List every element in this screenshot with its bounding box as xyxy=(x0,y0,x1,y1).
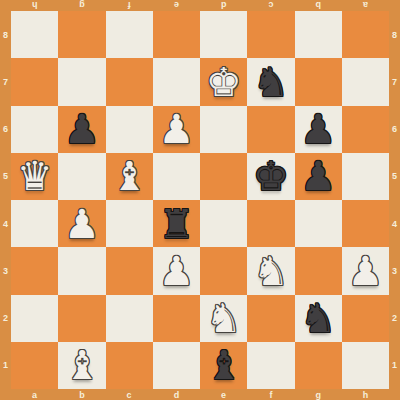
square-g4[interactable] xyxy=(295,200,342,247)
square-g2[interactable]: ♞ xyxy=(295,295,342,342)
square-g1[interactable] xyxy=(295,342,342,389)
square-g6[interactable]: ♟ xyxy=(295,106,342,153)
square-d5[interactable] xyxy=(153,153,200,200)
black-king-f5[interactable]: ♚ xyxy=(247,153,294,200)
file-label-bottom-a: a xyxy=(11,389,58,400)
square-a5[interactable]: ♛ xyxy=(11,153,58,200)
square-e7[interactable]: ♚ xyxy=(200,58,247,105)
file-label-bottom-b: b xyxy=(58,389,105,400)
square-g3[interactable] xyxy=(295,247,342,294)
square-h6[interactable] xyxy=(342,106,389,153)
square-e5[interactable] xyxy=(200,153,247,200)
square-a6[interactable] xyxy=(11,106,58,153)
square-e2[interactable]: ♞ xyxy=(200,295,247,342)
black-pawn-g5[interactable]: ♟ xyxy=(295,153,342,200)
rank-label-left-7: 7 xyxy=(0,58,11,105)
square-e4[interactable] xyxy=(200,200,247,247)
square-b4[interactable]: ♟ xyxy=(58,200,105,247)
square-b8[interactable] xyxy=(58,11,105,58)
square-c2[interactable] xyxy=(106,295,153,342)
file-label-top-e: e xyxy=(153,0,200,11)
square-c6[interactable] xyxy=(106,106,153,153)
square-f2[interactable] xyxy=(247,295,294,342)
rank-label-right-3: 3 xyxy=(389,247,400,294)
white-king-e7[interactable]: ♚ xyxy=(200,58,247,105)
square-h8[interactable] xyxy=(342,11,389,58)
square-b3[interactable] xyxy=(58,247,105,294)
square-g8[interactable] xyxy=(295,11,342,58)
square-e6[interactable] xyxy=(200,106,247,153)
file-label-top-d: d xyxy=(200,0,247,11)
black-knight-f7[interactable]: ♞ xyxy=(247,58,294,105)
rank-label-left-4: 4 xyxy=(0,200,11,247)
square-g7[interactable] xyxy=(295,58,342,105)
white-pawn-d3[interactable]: ♟ xyxy=(153,247,200,294)
rank-label-right-4: 4 xyxy=(389,200,400,247)
rank-label-left-1: 1 xyxy=(0,342,11,389)
square-f1[interactable] xyxy=(247,342,294,389)
square-h3[interactable]: ♟ xyxy=(342,247,389,294)
square-d3[interactable]: ♟ xyxy=(153,247,200,294)
square-b1[interactable]: ♝ xyxy=(58,342,105,389)
square-h1[interactable] xyxy=(342,342,389,389)
square-a1[interactable] xyxy=(11,342,58,389)
square-c7[interactable] xyxy=(106,58,153,105)
file-labels-top: abcdefgh xyxy=(11,0,389,11)
square-c5[interactable]: ♝ xyxy=(106,153,153,200)
square-a8[interactable] xyxy=(11,11,58,58)
square-c4[interactable] xyxy=(106,200,153,247)
square-b5[interactable] xyxy=(58,153,105,200)
square-f3[interactable]: ♞ xyxy=(247,247,294,294)
square-d8[interactable] xyxy=(153,11,200,58)
square-f7[interactable]: ♞ xyxy=(247,58,294,105)
square-a2[interactable] xyxy=(11,295,58,342)
rank-label-right-1: 1 xyxy=(389,342,400,389)
square-d6[interactable]: ♟ xyxy=(153,106,200,153)
file-label-bottom-g: g xyxy=(295,389,342,400)
file-label-top-a: a xyxy=(342,0,389,11)
square-b2[interactable] xyxy=(58,295,105,342)
white-bishop-c5[interactable]: ♝ xyxy=(106,153,153,200)
rank-label-left-6: 6 xyxy=(0,106,11,153)
rank-labels-left: 87654321 xyxy=(0,11,11,389)
file-label-bottom-h: h xyxy=(342,389,389,400)
square-a3[interactable] xyxy=(11,247,58,294)
rank-label-right-7: 7 xyxy=(389,58,400,105)
chess-board-frame: abcdefgh 87654321 87654321 abcdefgh ♚♞♟♟… xyxy=(0,0,400,400)
square-f8[interactable] xyxy=(247,11,294,58)
rank-label-left-5: 5 xyxy=(0,153,11,200)
square-d2[interactable] xyxy=(153,295,200,342)
rank-label-right-8: 8 xyxy=(389,11,400,58)
square-e8[interactable] xyxy=(200,11,247,58)
square-c8[interactable] xyxy=(106,11,153,58)
square-g5[interactable]: ♟ xyxy=(295,153,342,200)
square-h4[interactable] xyxy=(342,200,389,247)
file-label-top-b: b xyxy=(295,0,342,11)
square-d4[interactable]: ♜ xyxy=(153,200,200,247)
square-f4[interactable] xyxy=(247,200,294,247)
square-e3[interactable] xyxy=(200,247,247,294)
square-h2[interactable] xyxy=(342,295,389,342)
rank-label-right-2: 2 xyxy=(389,295,400,342)
square-e1[interactable]: ♝ xyxy=(200,342,247,389)
square-f5[interactable]: ♚ xyxy=(247,153,294,200)
square-f6[interactable] xyxy=(247,106,294,153)
white-pawn-b4[interactable]: ♟ xyxy=(58,200,105,247)
square-c1[interactable] xyxy=(106,342,153,389)
black-rook-d4[interactable]: ♜ xyxy=(153,200,200,247)
white-knight-e2[interactable]: ♞ xyxy=(200,295,247,342)
black-knight-g2[interactable]: ♞ xyxy=(295,295,342,342)
file-label-top-g: g xyxy=(58,0,105,11)
rank-labels-right: 87654321 xyxy=(389,11,400,389)
square-c3[interactable] xyxy=(106,247,153,294)
white-queen-a5[interactable]: ♛ xyxy=(11,153,58,200)
white-knight-f3[interactable]: ♞ xyxy=(247,247,294,294)
square-a4[interactable] xyxy=(11,200,58,247)
rank-label-right-5: 5 xyxy=(389,153,400,200)
black-pawn-g6[interactable]: ♟ xyxy=(295,106,342,153)
file-label-bottom-c: c xyxy=(106,389,153,400)
rank-label-left-8: 8 xyxy=(0,11,11,58)
square-h7[interactable] xyxy=(342,58,389,105)
white-pawn-h3[interactable]: ♟ xyxy=(342,247,389,294)
file-label-top-f: f xyxy=(106,0,153,11)
square-b7[interactable] xyxy=(58,58,105,105)
rank-label-right-6: 6 xyxy=(389,106,400,153)
file-label-bottom-d: d xyxy=(153,389,200,400)
rank-label-left-3: 3 xyxy=(0,247,11,294)
square-b6[interactable]: ♟ xyxy=(58,106,105,153)
file-label-bottom-e: e xyxy=(200,389,247,400)
file-label-bottom-f: f xyxy=(247,389,294,400)
file-label-top-c: c xyxy=(247,0,294,11)
white-bishop-b1[interactable]: ♝ xyxy=(58,342,105,389)
square-a7[interactable] xyxy=(11,58,58,105)
white-pawn-d6[interactable]: ♟ xyxy=(153,106,200,153)
rank-label-left-2: 2 xyxy=(0,295,11,342)
chess-board[interactable]: ♚♞♟♟♟♛♝♚♟♟♜♟♞♟♞♞♝♝ xyxy=(11,11,389,389)
black-pawn-b6[interactable]: ♟ xyxy=(58,106,105,153)
square-d7[interactable] xyxy=(153,58,200,105)
black-bishop-e1[interactable]: ♝ xyxy=(200,342,247,389)
square-d1[interactable] xyxy=(153,342,200,389)
file-label-top-h: h xyxy=(11,0,58,11)
file-labels-bottom: abcdefgh xyxy=(11,389,389,400)
square-h5[interactable] xyxy=(342,153,389,200)
